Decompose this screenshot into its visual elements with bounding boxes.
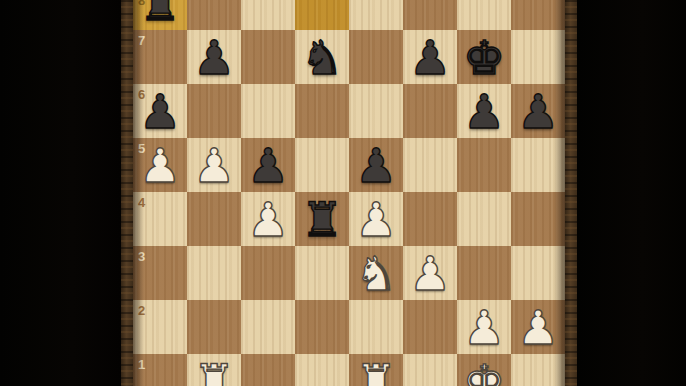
piece-white-pawn-g2[interactable]: ♟ [457, 300, 511, 354]
square-g3[interactable] [457, 246, 511, 300]
square-b3[interactable] [187, 246, 241, 300]
piece-white-knight-e3[interactable]: ♞ [349, 246, 403, 300]
square-d7[interactable]: ♞ [295, 30, 349, 84]
square-e6[interactable] [349, 84, 403, 138]
square-h3[interactable] [511, 246, 565, 300]
square-h7[interactable] [511, 30, 565, 84]
square-b5[interactable]: ♟ [187, 138, 241, 192]
left-wood-edge [121, 0, 133, 386]
piece-white-pawn-a5[interactable]: ♟ [133, 138, 187, 192]
square-g1[interactable]: ♚ [457, 354, 511, 386]
square-h2[interactable]: ♟ [511, 300, 565, 354]
piece-white-pawn-c4[interactable]: ♟ [241, 192, 295, 246]
square-g4[interactable] [457, 192, 511, 246]
chess-board: 8♜7♟♞♟♚6♟♟♟5♟♟♟♟4♟♜♟3♞♟2♟♟1♜♜♚ [133, 0, 565, 386]
square-g8[interactable] [457, 0, 511, 30]
square-e3[interactable]: ♞ [349, 246, 403, 300]
left-black-panel [0, 0, 121, 386]
square-b6[interactable] [187, 84, 241, 138]
rank-label-3: 3 [138, 250, 145, 263]
square-b8[interactable] [187, 0, 241, 30]
square-c7[interactable] [241, 30, 295, 84]
square-d8[interactable] [295, 0, 349, 30]
square-a8[interactable]: 8♜ [133, 0, 187, 30]
piece-white-pawn-e4[interactable]: ♟ [349, 192, 403, 246]
square-e8[interactable] [349, 0, 403, 30]
piece-white-rook-e1[interactable]: ♜ [349, 354, 403, 386]
piece-white-pawn-h2[interactable]: ♟ [511, 300, 565, 354]
rank-label-1: 1 [138, 358, 145, 371]
piece-white-rook-b1[interactable]: ♜ [187, 354, 241, 386]
square-a4[interactable]: 4 [133, 192, 187, 246]
square-e2[interactable] [349, 300, 403, 354]
rank-label-4: 4 [138, 196, 145, 209]
square-a6[interactable]: 6♟ [133, 84, 187, 138]
piece-black-rook-d4[interactable]: ♜ [295, 192, 349, 246]
square-d2[interactable] [295, 300, 349, 354]
square-c8[interactable] [241, 0, 295, 30]
square-c6[interactable] [241, 84, 295, 138]
piece-black-pawn-c5[interactable]: ♟ [241, 138, 295, 192]
square-h6[interactable]: ♟ [511, 84, 565, 138]
square-e4[interactable]: ♟ [349, 192, 403, 246]
square-f5[interactable] [403, 138, 457, 192]
square-a3[interactable]: 3 [133, 246, 187, 300]
square-c1[interactable] [241, 354, 295, 386]
square-f8[interactable] [403, 0, 457, 30]
square-g7[interactable]: ♚ [457, 30, 511, 84]
square-b7[interactable]: ♟ [187, 30, 241, 84]
piece-black-pawn-h6[interactable]: ♟ [511, 84, 565, 138]
square-g6[interactable]: ♟ [457, 84, 511, 138]
right-black-panel [577, 0, 686, 386]
square-f2[interactable] [403, 300, 457, 354]
right-wood-edge [565, 0, 577, 386]
square-f1[interactable] [403, 354, 457, 386]
square-e5[interactable]: ♟ [349, 138, 403, 192]
piece-black-pawn-e5[interactable]: ♟ [349, 138, 403, 192]
square-a1[interactable]: 1 [133, 354, 187, 386]
square-d1[interactable] [295, 354, 349, 386]
piece-white-pawn-f3[interactable]: ♟ [403, 246, 457, 300]
square-d6[interactable] [295, 84, 349, 138]
square-a2[interactable]: 2 [133, 300, 187, 354]
piece-black-pawn-g6[interactable]: ♟ [457, 84, 511, 138]
square-h8[interactable] [511, 0, 565, 30]
square-d3[interactable] [295, 246, 349, 300]
piece-white-king-g1[interactable]: ♚ [457, 354, 511, 386]
square-b4[interactable] [187, 192, 241, 246]
square-f6[interactable] [403, 84, 457, 138]
square-d4[interactable]: ♜ [295, 192, 349, 246]
square-c3[interactable] [241, 246, 295, 300]
square-h1[interactable] [511, 354, 565, 386]
square-b2[interactable] [187, 300, 241, 354]
square-h5[interactable] [511, 138, 565, 192]
piece-black-pawn-f7[interactable]: ♟ [403, 30, 457, 84]
square-e1[interactable]: ♜ [349, 354, 403, 386]
square-a7[interactable]: 7 [133, 30, 187, 84]
square-g2[interactable]: ♟ [457, 300, 511, 354]
video-frame: 8♜7♟♞♟♚6♟♟♟5♟♟♟♟4♟♜♟3♞♟2♟♟1♜♜♚ [0, 0, 686, 386]
square-a5[interactable]: 5♟ [133, 138, 187, 192]
piece-black-pawn-a6[interactable]: ♟ [133, 84, 187, 138]
square-f7[interactable]: ♟ [403, 30, 457, 84]
piece-black-pawn-b7[interactable]: ♟ [187, 30, 241, 84]
piece-white-pawn-b5[interactable]: ♟ [187, 138, 241, 192]
square-h4[interactable] [511, 192, 565, 246]
rank-label-7: 7 [138, 34, 145, 47]
square-f4[interactable] [403, 192, 457, 246]
square-b1[interactable]: ♜ [187, 354, 241, 386]
square-f3[interactable]: ♟ [403, 246, 457, 300]
rank-label-2: 2 [138, 304, 145, 317]
square-d5[interactable] [295, 138, 349, 192]
square-g5[interactable] [457, 138, 511, 192]
square-c5[interactable]: ♟ [241, 138, 295, 192]
square-c2[interactable] [241, 300, 295, 354]
square-c4[interactable]: ♟ [241, 192, 295, 246]
square-e7[interactable] [349, 30, 403, 84]
piece-black-knight-d7[interactable]: ♞ [295, 30, 349, 84]
piece-black-rook-a8[interactable]: ♜ [133, 0, 187, 30]
piece-black-king-g7[interactable]: ♚ [457, 30, 511, 84]
